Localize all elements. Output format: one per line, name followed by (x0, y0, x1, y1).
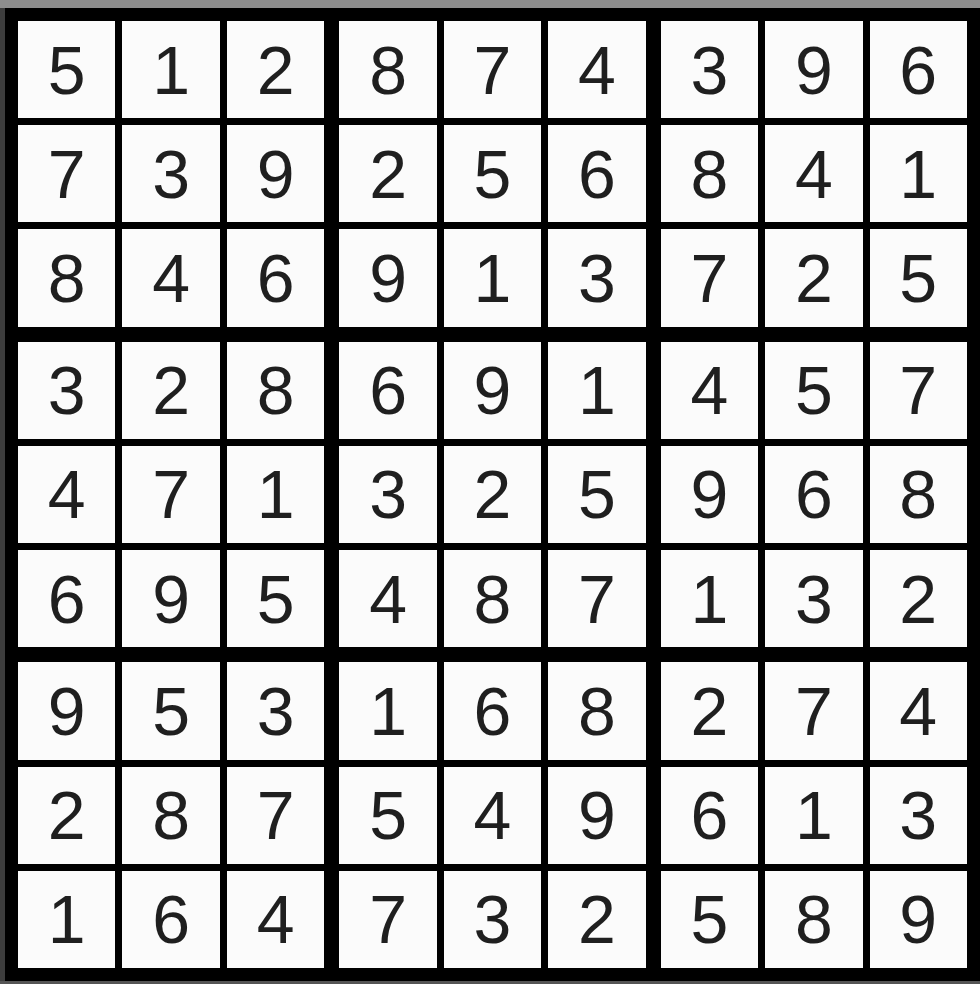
cell-r8c1[interactable]: 2 (18, 767, 115, 864)
cell-r5c4[interactable]: 3 (339, 446, 436, 543)
page-background: 5128743967392568418469137253286914574713… (0, 0, 980, 984)
cell-r7c4[interactable]: 1 (339, 662, 436, 759)
cell-r5c5[interactable]: 2 (444, 446, 541, 543)
cell-r6c1[interactable]: 6 (18, 550, 115, 647)
cell-r1c1[interactable]: 5 (18, 21, 115, 118)
cell-r6c5[interactable]: 8 (444, 550, 541, 647)
cell-r8c3[interactable]: 7 (227, 767, 324, 864)
cell-r9c3[interactable]: 4 (227, 871, 324, 968)
cell-r6c2[interactable]: 9 (122, 550, 219, 647)
cell-r6c3[interactable]: 5 (227, 550, 324, 647)
cell-r8c8[interactable]: 1 (765, 767, 862, 864)
cell-r3c9[interactable]: 5 (870, 229, 967, 326)
cell-r1c6[interactable]: 4 (548, 21, 645, 118)
left-edge-strip (0, 0, 5, 984)
cell-r8c4[interactable]: 5 (339, 767, 436, 864)
cell-r2c5[interactable]: 5 (444, 125, 541, 222)
cell-r5c1[interactable]: 4 (18, 446, 115, 543)
cell-r8c2[interactable]: 8 (122, 767, 219, 864)
cell-r4c8[interactable]: 5 (765, 342, 862, 439)
cell-r2c4[interactable]: 2 (339, 125, 436, 222)
cell-r7c2[interactable]: 5 (122, 662, 219, 759)
cell-r2c6[interactable]: 6 (548, 125, 645, 222)
cell-r1c3[interactable]: 2 (227, 21, 324, 118)
cell-r9c5[interactable]: 3 (444, 871, 541, 968)
top-edge-strip (0, 0, 980, 8)
cell-r4c9[interactable]: 7 (870, 342, 967, 439)
cell-r3c8[interactable]: 2 (765, 229, 862, 326)
cell-r6c8[interactable]: 3 (765, 550, 862, 647)
cell-r1c7[interactable]: 3 (661, 21, 758, 118)
sudoku-board: 5128743967392568418469137253286914574713… (5, 8, 980, 981)
cell-r2c9[interactable]: 1 (870, 125, 967, 222)
cell-r3c7[interactable]: 7 (661, 229, 758, 326)
cell-r3c2[interactable]: 4 (122, 229, 219, 326)
cell-r7c7[interactable]: 2 (661, 662, 758, 759)
cell-r6c4[interactable]: 4 (339, 550, 436, 647)
cell-r3c3[interactable]: 6 (227, 229, 324, 326)
cell-r9c1[interactable]: 1 (18, 871, 115, 968)
cell-r5c8[interactable]: 6 (765, 446, 862, 543)
cell-r1c8[interactable]: 9 (765, 21, 862, 118)
cell-r1c9[interactable]: 6 (870, 21, 967, 118)
cell-r5c9[interactable]: 8 (870, 446, 967, 543)
cell-r7c6[interactable]: 8 (548, 662, 645, 759)
cell-r2c3[interactable]: 9 (227, 125, 324, 222)
cell-r4c3[interactable]: 8 (227, 342, 324, 439)
cell-r6c9[interactable]: 2 (870, 550, 967, 647)
cell-r1c4[interactable]: 8 (339, 21, 436, 118)
cell-r2c2[interactable]: 3 (122, 125, 219, 222)
cell-r4c6[interactable]: 1 (548, 342, 645, 439)
cell-r9c2[interactable]: 6 (122, 871, 219, 968)
cell-r8c7[interactable]: 6 (661, 767, 758, 864)
cell-r6c6[interactable]: 7 (548, 550, 645, 647)
cell-r5c6[interactable]: 5 (548, 446, 645, 543)
cell-r9c9[interactable]: 9 (870, 871, 967, 968)
cell-r7c5[interactable]: 6 (444, 662, 541, 759)
cell-r3c6[interactable]: 3 (548, 229, 645, 326)
cell-r5c2[interactable]: 7 (122, 446, 219, 543)
cell-r3c5[interactable]: 1 (444, 229, 541, 326)
cell-r9c6[interactable]: 2 (548, 871, 645, 968)
cell-r9c7[interactable]: 5 (661, 871, 758, 968)
cell-r3c1[interactable]: 8 (18, 229, 115, 326)
cell-r5c7[interactable]: 9 (661, 446, 758, 543)
cell-r9c4[interactable]: 7 (339, 871, 436, 968)
cell-r2c8[interactable]: 4 (765, 125, 862, 222)
cell-r4c2[interactable]: 2 (122, 342, 219, 439)
cell-r4c5[interactable]: 9 (444, 342, 541, 439)
cell-r7c1[interactable]: 9 (18, 662, 115, 759)
cell-r5c3[interactable]: 1 (227, 446, 324, 543)
cell-r2c7[interactable]: 8 (661, 125, 758, 222)
cell-r3c4[interactable]: 9 (339, 229, 436, 326)
cell-r4c1[interactable]: 3 (18, 342, 115, 439)
cell-r4c7[interactable]: 4 (661, 342, 758, 439)
cell-r1c5[interactable]: 7 (444, 21, 541, 118)
cell-r8c6[interactable]: 9 (548, 767, 645, 864)
cell-r1c2[interactable]: 1 (122, 21, 219, 118)
cell-r4c4[interactable]: 6 (339, 342, 436, 439)
cell-r2c1[interactable]: 7 (18, 125, 115, 222)
cell-r6c7[interactable]: 1 (661, 550, 758, 647)
cell-r9c8[interactable]: 8 (765, 871, 862, 968)
cell-r8c5[interactable]: 4 (444, 767, 541, 864)
cell-r7c3[interactable]: 3 (227, 662, 324, 759)
cell-r7c9[interactable]: 4 (870, 662, 967, 759)
cell-r8c9[interactable]: 3 (870, 767, 967, 864)
cell-r7c8[interactable]: 7 (765, 662, 862, 759)
